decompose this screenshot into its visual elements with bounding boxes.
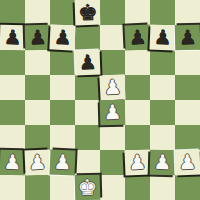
- square-c5[interactable]: [50, 75, 75, 100]
- white-pawn-icon: ♟: [124, 149, 150, 175]
- square-e7[interactable]: [100, 25, 125, 50]
- black-pawn-icon: ♟: [0, 25, 25, 51]
- square-g1[interactable]: [150, 175, 175, 200]
- piece-white-pawn-e4[interactable]: ♟: [100, 100, 126, 126]
- square-b6[interactable]: [25, 50, 50, 75]
- square-b1[interactable]: [25, 175, 50, 200]
- square-b5[interactable]: [25, 75, 50, 100]
- square-a6[interactable]: [0, 50, 25, 75]
- square-g5[interactable]: [150, 75, 175, 100]
- square-b8[interactable]: [25, 0, 50, 25]
- square-g4[interactable]: [150, 100, 175, 125]
- square-e8[interactable]: [100, 0, 125, 25]
- square-h1[interactable]: [175, 175, 200, 200]
- chess-board: ♚♟♟♟♟♟♟♟♟♟♟♟♟♟♟♟♚: [0, 0, 200, 200]
- piece-black-pawn-a7[interactable]: ♟: [0, 25, 25, 51]
- black-pawn-icon: ♟: [175, 25, 200, 51]
- square-c3[interactable]: [50, 125, 75, 150]
- piece-white-pawn-b2[interactable]: ♟: [24, 149, 50, 175]
- black-pawn-icon: ♟: [25, 25, 51, 51]
- black-pawn-icon: ♟: [49, 24, 75, 50]
- square-d3[interactable]: [75, 125, 100, 150]
- piece-white-pawn-f2[interactable]: ♟: [124, 149, 150, 175]
- square-g6[interactable]: [150, 50, 175, 75]
- white-pawn-icon: ♟: [24, 149, 50, 175]
- piece-white-pawn-a2[interactable]: ♟: [0, 150, 25, 176]
- square-c1[interactable]: [50, 175, 75, 200]
- square-h3[interactable]: [175, 125, 200, 150]
- white-pawn-icon: ♟: [175, 150, 200, 176]
- piece-black-pawn-g7[interactable]: ♟: [149, 24, 175, 50]
- white-king-icon: ♚: [75, 175, 101, 200]
- square-g3[interactable]: [150, 125, 175, 150]
- piece-black-pawn-c7[interactable]: ♟: [49, 24, 75, 50]
- white-pawn-icon: ♟: [150, 150, 176, 176]
- square-e3[interactable]: [100, 125, 125, 150]
- square-a1[interactable]: [0, 175, 25, 200]
- square-e6[interactable]: [100, 50, 125, 75]
- square-c6[interactable]: [50, 50, 75, 75]
- piece-white-king-d1[interactable]: ♚: [75, 175, 101, 200]
- white-pawn-icon: ♟: [99, 74, 125, 100]
- black-pawn-icon: ♟: [149, 24, 175, 50]
- black-pawn-icon: ♟: [75, 50, 101, 76]
- square-b4[interactable]: [25, 100, 50, 125]
- white-pawn-icon: ♟: [100, 100, 126, 126]
- square-c4[interactable]: [50, 100, 75, 125]
- square-a4[interactable]: [0, 100, 25, 125]
- piece-black-pawn-h7[interactable]: ♟: [175, 25, 200, 51]
- square-d4[interactable]: [75, 100, 100, 125]
- square-b3[interactable]: [25, 125, 50, 150]
- square-a5[interactable]: [0, 75, 25, 100]
- piece-white-pawn-g2[interactable]: ♟: [150, 150, 176, 176]
- white-pawn-icon: ♟: [49, 149, 75, 175]
- piece-white-pawn-h2[interactable]: ♟: [175, 150, 200, 176]
- piece-black-king-d8[interactable]: ♚: [75, 0, 101, 25]
- square-f8[interactable]: [125, 0, 150, 25]
- square-f4[interactable]: [125, 100, 150, 125]
- square-h4[interactable]: [175, 100, 200, 125]
- piece-black-pawn-d6[interactable]: ♟: [75, 50, 101, 76]
- black-pawn-icon: ♟: [124, 24, 150, 50]
- square-h5[interactable]: [175, 75, 200, 100]
- square-d5[interactable]: [75, 75, 100, 100]
- square-h6[interactable]: [175, 50, 200, 75]
- square-d7[interactable]: [75, 25, 100, 50]
- square-a3[interactable]: [0, 125, 25, 150]
- square-f1[interactable]: [125, 175, 150, 200]
- square-f5[interactable]: [125, 75, 150, 100]
- piece-white-pawn-c2[interactable]: ♟: [49, 149, 75, 175]
- piece-black-pawn-f7[interactable]: ♟: [124, 24, 150, 50]
- piece-white-pawn-e5[interactable]: ♟: [99, 74, 125, 100]
- square-f6[interactable]: [125, 50, 150, 75]
- square-f3[interactable]: [125, 125, 150, 150]
- square-e2[interactable]: [100, 150, 125, 175]
- square-c8[interactable]: [50, 0, 75, 25]
- square-e1[interactable]: [100, 175, 125, 200]
- piece-black-pawn-b7[interactable]: ♟: [25, 25, 51, 51]
- chess-board-wrap: ♚♟♟♟♟♟♟♟♟♟♟♟♟♟♟♟♚: [0, 0, 200, 200]
- square-a8[interactable]: [0, 0, 25, 25]
- white-pawn-icon: ♟: [0, 150, 25, 176]
- black-king-icon: ♚: [75, 0, 101, 25]
- square-d2[interactable]: [75, 150, 100, 175]
- square-g8[interactable]: [150, 0, 175, 25]
- square-h8[interactable]: [175, 0, 200, 25]
